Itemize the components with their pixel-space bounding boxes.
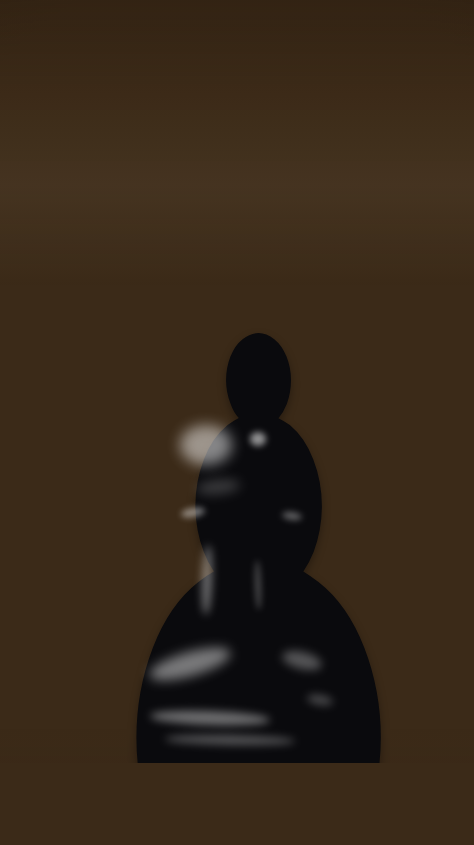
board-square-light xyxy=(22,0,82,2)
board-square-dark xyxy=(52,87,154,102)
board-square-light xyxy=(0,293,153,353)
board-square-dark xyxy=(0,814,52,845)
board-square-light xyxy=(159,21,231,29)
board-square-dark xyxy=(309,5,373,11)
board-square-dark xyxy=(190,164,328,192)
board-square-dark xyxy=(360,0,422,5)
board-square-light xyxy=(170,37,249,46)
board-square-light xyxy=(13,37,92,46)
board-square-dark xyxy=(0,0,474,845)
depth-layer-foreground-blur xyxy=(0,0,474,845)
board-square-dark xyxy=(154,87,256,102)
board-square-dark xyxy=(272,25,345,33)
board-square-dark xyxy=(393,51,474,62)
board-square-dark xyxy=(52,11,119,18)
board-square-light xyxy=(451,209,474,247)
board-square-dark xyxy=(339,74,435,88)
board-square-dark xyxy=(220,227,388,269)
board-square-dark xyxy=(148,74,244,88)
board-square-light xyxy=(447,56,474,67)
board-square-light xyxy=(260,701,474,845)
board-square-light xyxy=(96,56,184,67)
board-square-dark xyxy=(360,0,422,5)
board-square-light xyxy=(141,246,319,293)
board-square-light xyxy=(200,80,299,94)
board-square-light xyxy=(398,353,474,432)
board-square-light xyxy=(0,178,124,209)
board-square-dark xyxy=(460,87,474,102)
board-square-dark xyxy=(0,164,52,192)
board-square-dark xyxy=(241,268,430,321)
board-square-light xyxy=(264,0,324,2)
board-square-dark xyxy=(271,103,380,121)
board-square-dark xyxy=(360,33,437,42)
board-square-dark xyxy=(52,0,114,5)
board-square-dark xyxy=(436,33,474,42)
board-square-light xyxy=(13,37,92,46)
board-square-dark xyxy=(387,11,454,18)
board-square-light xyxy=(124,178,269,209)
board-square-dark xyxy=(0,11,52,18)
board-square-dark xyxy=(129,33,206,42)
board-square-dark xyxy=(245,5,309,11)
board-square-dark xyxy=(358,87,460,102)
board-square-dark xyxy=(52,87,154,102)
board-square-dark xyxy=(52,25,125,33)
board-square-light xyxy=(447,56,474,67)
board-square-light xyxy=(299,80,398,94)
board-square-light xyxy=(319,246,474,293)
board-square-dark xyxy=(52,227,220,269)
board-square-dark xyxy=(467,164,474,192)
board-square-dark xyxy=(0,87,52,102)
board-square-dark xyxy=(267,321,474,389)
board-square-dark xyxy=(0,0,52,5)
board-square-dark xyxy=(190,164,328,192)
board-square-dark xyxy=(244,74,340,88)
board-square-light xyxy=(0,37,13,46)
board-square-light xyxy=(343,46,426,56)
board-square-light xyxy=(0,80,3,94)
board-square-dark xyxy=(52,41,133,51)
board-square-dark xyxy=(52,51,137,62)
board-square-dark xyxy=(52,25,125,33)
specular-highlight-collar-right xyxy=(282,511,303,522)
board-square-light xyxy=(0,0,474,845)
board-square-light xyxy=(357,130,474,152)
board-square-dark xyxy=(52,120,170,140)
board-square-dark xyxy=(329,164,467,192)
board-square-dark xyxy=(192,18,262,25)
board-square-light xyxy=(150,8,216,14)
board-square-light xyxy=(165,29,240,37)
board-square-dark xyxy=(0,613,52,814)
board-square-dark xyxy=(405,120,474,140)
board-square-dark xyxy=(52,103,161,121)
board-square-light xyxy=(0,209,132,247)
board-square-light xyxy=(0,541,216,702)
board-square-dark xyxy=(387,11,454,18)
board-square-light xyxy=(328,37,407,46)
board-square-light xyxy=(235,130,357,152)
board-square-dark xyxy=(0,164,52,192)
board-square-light xyxy=(94,46,177,56)
board-square-dark xyxy=(0,62,52,74)
board-square-light xyxy=(360,14,428,21)
board-square-light xyxy=(83,2,146,8)
board-square-light xyxy=(82,0,142,2)
board-square-light xyxy=(465,29,474,37)
board-square-light xyxy=(328,37,407,46)
board-square-dark xyxy=(283,33,360,42)
board-square-light xyxy=(445,0,474,2)
board-square-dark xyxy=(437,5,474,11)
board-square-dark xyxy=(0,268,52,321)
board-square-light xyxy=(16,21,88,29)
board-square-light xyxy=(184,56,272,67)
board-square-light xyxy=(88,21,160,29)
board-square-dark xyxy=(0,140,52,164)
board-square-dark xyxy=(154,87,256,102)
specular-highlight-base-left xyxy=(146,641,233,687)
board-square-dark xyxy=(52,140,179,164)
board-square-dark xyxy=(467,164,474,192)
board-square-dark xyxy=(0,0,474,845)
board-square-dark xyxy=(52,613,419,814)
board-square-light xyxy=(316,95,422,111)
board-square-dark xyxy=(256,87,358,102)
board-square-dark xyxy=(272,25,345,33)
board-square-dark xyxy=(52,33,129,42)
board-square-dark xyxy=(422,0,474,5)
board-square-light xyxy=(240,29,315,37)
board-square-light xyxy=(19,8,85,14)
board-square-dark xyxy=(422,0,474,5)
board-square-light xyxy=(414,178,474,209)
board-square-dark xyxy=(52,227,220,269)
board-square-light xyxy=(343,46,426,56)
board-square-light xyxy=(153,293,354,353)
board-square-light xyxy=(251,152,384,178)
board-square-dark xyxy=(402,18,472,25)
board-square-dark xyxy=(0,33,52,42)
board-square-dark xyxy=(308,51,393,62)
board-square-light xyxy=(19,8,85,14)
board-square-light xyxy=(292,209,452,247)
board-square-dark xyxy=(256,87,358,102)
specular-highlight-base-right xyxy=(281,647,324,673)
board-square-dark xyxy=(0,41,52,51)
board-square-light xyxy=(167,353,398,432)
board-square-light xyxy=(159,21,231,29)
board-square-dark xyxy=(137,51,222,62)
board-square-dark xyxy=(454,11,474,18)
specular-highlight-base-ring-right xyxy=(306,693,333,707)
board-square-dark xyxy=(142,62,232,74)
board-square-light xyxy=(223,14,291,21)
board-square-dark xyxy=(175,0,237,5)
board-square-dark xyxy=(52,193,204,227)
board-square-dark xyxy=(0,0,474,845)
board-square-light xyxy=(422,95,474,111)
board-square-light xyxy=(188,432,459,541)
board-square-dark xyxy=(267,321,474,389)
board-square-light xyxy=(86,14,154,21)
board-square-light xyxy=(269,178,414,209)
board-square-dark xyxy=(460,87,474,102)
board-square-light xyxy=(0,178,124,209)
board-square-dark xyxy=(0,18,52,25)
board-square-dark xyxy=(114,0,176,5)
board-square-dark xyxy=(0,0,474,845)
board-square-dark xyxy=(0,5,52,11)
board-square-light xyxy=(90,29,165,37)
board-square-dark xyxy=(204,193,356,227)
board-square-dark xyxy=(52,51,137,62)
board-square-light xyxy=(16,21,88,29)
board-square-dark xyxy=(0,140,52,164)
board-square-light xyxy=(428,14,474,21)
board-square-dark xyxy=(301,389,474,481)
board-square-dark xyxy=(402,18,472,25)
board-square-dark xyxy=(0,51,52,62)
board-square-dark xyxy=(380,103,474,121)
board-square-light xyxy=(0,67,6,80)
board-square-light xyxy=(101,80,200,94)
board-square-light xyxy=(447,56,474,67)
board-square-light xyxy=(118,152,251,178)
board-square-dark xyxy=(244,74,340,88)
board-square-light xyxy=(177,46,260,56)
board-square-light xyxy=(96,56,184,67)
board-square-light xyxy=(22,0,82,2)
board-square-light xyxy=(347,8,413,14)
board-square-light xyxy=(315,29,390,37)
board-square-dark xyxy=(237,0,299,5)
board-square-light xyxy=(0,111,109,130)
board-square-light xyxy=(264,0,324,2)
board-square-dark xyxy=(393,51,474,62)
board-square-light xyxy=(231,21,303,29)
board-square-dark xyxy=(245,5,309,11)
board-square-dark xyxy=(0,613,52,814)
board-square-dark xyxy=(0,814,52,845)
board-square-light xyxy=(354,293,474,353)
board-square-dark xyxy=(358,87,460,102)
board-square-light xyxy=(141,246,319,293)
board-square-dark xyxy=(349,482,474,613)
board-square-dark xyxy=(306,140,433,164)
board-square-light xyxy=(6,67,99,80)
board-square-dark xyxy=(413,62,474,74)
board-square-light xyxy=(412,8,474,14)
board-square-light xyxy=(8,56,96,67)
board-square-light xyxy=(0,111,109,130)
board-square-light xyxy=(359,56,447,67)
board-square-dark xyxy=(0,41,52,51)
board-square-light xyxy=(101,80,200,94)
board-square-light xyxy=(251,152,384,178)
board-square-light xyxy=(374,21,446,29)
board-square-dark xyxy=(0,321,52,389)
board-square-dark xyxy=(287,120,405,140)
board-square-light xyxy=(19,8,85,14)
board-square-light xyxy=(0,2,21,8)
board-square-light xyxy=(21,2,84,8)
board-square-dark xyxy=(52,140,179,164)
specular-highlight-stem-left xyxy=(201,545,213,615)
board-square-light xyxy=(132,209,292,247)
board-square-light xyxy=(210,95,316,111)
board-square-light xyxy=(374,21,446,29)
board-square-light xyxy=(316,95,422,111)
board-square-dark xyxy=(306,140,433,164)
board-square-light xyxy=(235,130,357,152)
board-square-light xyxy=(153,293,354,353)
board-square-light xyxy=(448,111,474,130)
board-square-dark xyxy=(0,613,52,814)
board-square-dark xyxy=(0,0,52,5)
pawn-contact-shadow-core xyxy=(152,747,322,769)
board-square-light xyxy=(398,353,474,432)
board-square-dark xyxy=(125,25,198,33)
board-square-light xyxy=(461,2,474,8)
board-square-dark xyxy=(454,11,474,18)
board-square-light xyxy=(235,130,357,152)
board-square-light xyxy=(0,130,113,152)
board-square-light xyxy=(249,37,328,46)
board-square-dark xyxy=(148,74,244,88)
board-square-light xyxy=(91,37,170,46)
board-square-light xyxy=(0,701,260,845)
board-square-dark xyxy=(0,74,52,88)
board-square-light xyxy=(0,2,21,8)
board-square-dark xyxy=(389,227,474,269)
board-square-dark xyxy=(0,103,52,121)
board-square-dark xyxy=(52,41,133,51)
board-square-light xyxy=(177,46,260,56)
board-square-light xyxy=(398,2,461,8)
board-square-light xyxy=(390,29,465,37)
board-square-light xyxy=(359,56,447,67)
board-square-dark xyxy=(244,74,340,88)
board-square-dark xyxy=(360,33,437,42)
board-square-dark xyxy=(295,41,376,51)
board-square-light xyxy=(292,209,452,247)
board-square-light xyxy=(0,246,141,293)
board-square-light xyxy=(0,0,474,845)
board-square-light xyxy=(0,293,153,353)
board-square-dark xyxy=(114,0,176,5)
board-square-light xyxy=(0,111,109,130)
board-square-dark xyxy=(0,0,474,845)
board-square-light xyxy=(260,46,343,56)
specular-highlight-head xyxy=(180,425,232,465)
board-square-light xyxy=(113,130,235,152)
board-square-light xyxy=(0,80,3,94)
board-square-dark xyxy=(52,482,349,613)
board-square-light xyxy=(284,67,377,80)
board-square-dark xyxy=(148,74,244,88)
board-square-light xyxy=(398,80,474,94)
board-square-light xyxy=(191,67,284,80)
board-square-dark xyxy=(0,0,474,845)
board-square-light xyxy=(465,29,474,37)
board-square-light xyxy=(155,14,223,21)
board-square-light xyxy=(216,541,474,702)
board-square-light xyxy=(165,29,240,37)
board-square-light xyxy=(184,56,272,67)
board-square-light xyxy=(216,8,282,14)
board-square-light xyxy=(0,67,6,80)
board-square-light xyxy=(390,29,465,37)
board-square-light xyxy=(165,29,240,37)
board-square-light xyxy=(0,209,132,247)
board-square-dark xyxy=(323,62,413,74)
board-square-dark xyxy=(179,140,306,164)
board-square-dark xyxy=(262,18,332,25)
board-square-dark xyxy=(320,11,387,18)
board-square-light xyxy=(0,2,21,8)
board-square-light xyxy=(359,56,447,67)
board-square-dark xyxy=(262,18,332,25)
board-square-light xyxy=(90,29,165,37)
board-square-dark xyxy=(206,33,283,42)
board-square-light xyxy=(14,29,89,37)
board-square-light xyxy=(428,14,474,21)
board-square-dark xyxy=(180,5,244,11)
board-square-light xyxy=(0,14,18,21)
board-square-dark xyxy=(122,18,192,25)
board-square-dark xyxy=(180,5,244,11)
board-square-light xyxy=(407,37,474,46)
board-square-dark xyxy=(0,74,52,88)
board-square-dark xyxy=(0,227,52,269)
board-square-light xyxy=(10,46,93,56)
board-square-light xyxy=(0,67,6,80)
board-square-dark xyxy=(373,5,437,11)
chessboard xyxy=(0,0,474,130)
board-square-dark xyxy=(389,227,474,269)
specular-highlight-base-ring xyxy=(150,709,270,727)
board-square-light xyxy=(260,46,343,56)
board-square-dark xyxy=(129,33,206,42)
board-square-light xyxy=(347,8,413,14)
board-square-dark xyxy=(52,103,161,121)
board-square-light xyxy=(86,14,154,21)
board-square-dark xyxy=(405,120,474,140)
board-square-dark xyxy=(137,51,222,62)
board-square-light xyxy=(383,152,474,178)
board-square-dark xyxy=(0,482,52,613)
board-square-dark xyxy=(0,482,52,613)
board-square-dark xyxy=(332,18,402,25)
board-square-light xyxy=(377,67,470,80)
board-square-dark xyxy=(52,11,119,18)
board-square-dark xyxy=(237,0,299,5)
board-square-light xyxy=(328,37,407,46)
board-square-light xyxy=(357,130,474,152)
board-square-dark xyxy=(320,11,387,18)
board-square-light xyxy=(414,178,474,209)
board-square-light xyxy=(445,0,474,2)
board-square-dark xyxy=(52,62,142,74)
pawn-contact-shadow xyxy=(107,740,357,786)
board-square-dark xyxy=(375,41,456,51)
board-square-dark xyxy=(0,227,52,269)
board-square-light xyxy=(0,209,132,247)
board-square-light xyxy=(335,2,398,8)
